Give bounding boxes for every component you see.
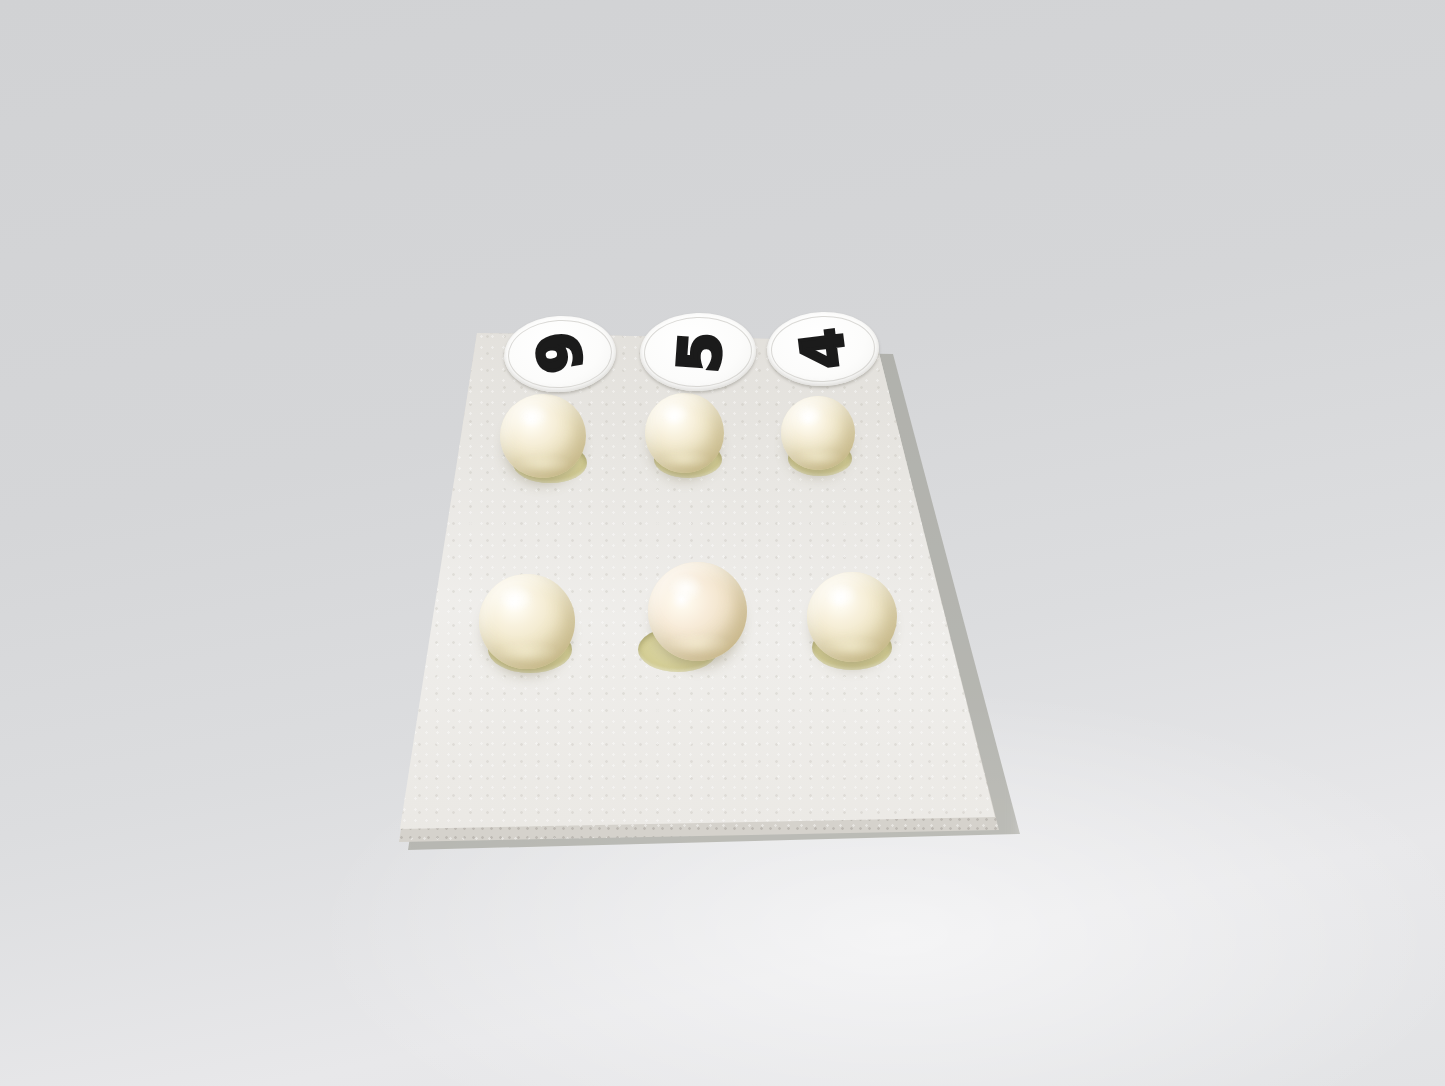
pearl-bottom-left	[479, 574, 575, 669]
sticker-digit: 9	[528, 327, 592, 377]
sticker-digit: 5	[670, 330, 731, 374]
sticker-digit: 4	[792, 325, 854, 372]
pearl-top-left	[500, 394, 586, 478]
pearl-top-right	[781, 396, 855, 470]
photo-scene: 9 5 4	[0, 0, 1445, 1086]
pearl-top-middle	[645, 393, 724, 473]
pearl-bottom-middle	[648, 562, 747, 661]
pearl-bottom-right	[807, 572, 897, 662]
